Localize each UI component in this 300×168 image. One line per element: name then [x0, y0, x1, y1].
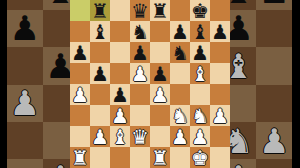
square-h4: [256, 85, 292, 122]
square-f3[interactable]: ♞: [170, 105, 190, 126]
square-e4[interactable]: ♟: [150, 84, 170, 105]
piece-black-pawn: ♟: [191, 43, 209, 63]
square-b4[interactable]: [90, 84, 110, 105]
piece-black-pawn: ♟: [71, 43, 89, 63]
piece-white-bishop: ♝: [191, 64, 209, 84]
square-a5: [7, 47, 43, 84]
square-a5[interactable]: [70, 63, 90, 84]
square-a4[interactable]: ♟: [70, 84, 90, 105]
square-e7[interactable]: [150, 21, 170, 42]
square-h7[interactable]: ♟: [210, 21, 230, 42]
square-g7[interactable]: ♝: [190, 21, 210, 42]
square-b2[interactable]: ♟: [90, 126, 110, 147]
piece-white-rook: ♜: [71, 148, 89, 168]
square-g3[interactable]: ♞: [190, 105, 210, 126]
square-h5[interactable]: [210, 63, 230, 84]
square-a2[interactable]: [70, 126, 90, 147]
square-b1[interactable]: [90, 147, 110, 168]
piece-black-pawn: ♟: [171, 22, 189, 42]
square-g6[interactable]: ♟: [190, 42, 210, 63]
piece-black-knight: ♞: [171, 43, 189, 63]
square-g5[interactable]: ♝: [190, 63, 210, 84]
chess-board[interactable]: ♜♛♜♚♝♞♟♝♟♟♟♞♟♟♟♟♝♟♟♟♟♞♞♟♟♝♛♟♟♜♜♚: [70, 0, 230, 168]
square-b6[interactable]: [90, 42, 110, 63]
piece-white-pawn: ♟: [91, 127, 109, 147]
piece-black-rook: ♜: [151, 1, 169, 21]
piece-black-pawn: ♟: [211, 22, 229, 42]
square-d7[interactable]: ♞: [130, 21, 150, 42]
square-d5[interactable]: ♟: [130, 63, 150, 84]
piece-white-pawn: ♟: [191, 127, 209, 147]
piece-white-knight: ♞: [171, 106, 189, 126]
piece-black-queen: ♛: [131, 1, 149, 21]
piece-white-pawn: ♟: [10, 86, 40, 120]
square-f2[interactable]: ♟: [170, 126, 190, 147]
square-b7[interactable]: ♝: [90, 21, 110, 42]
piece-black-knight: ♞: [131, 22, 149, 42]
square-b8[interactable]: ♜: [90, 0, 110, 21]
square-a6: ♟: [7, 10, 43, 47]
square-e1[interactable]: ♜: [150, 147, 170, 168]
square-d2[interactable]: ♛: [130, 126, 150, 147]
square-a4: ♟: [7, 85, 43, 122]
piece-white-bishop: ♝: [111, 127, 129, 147]
square-g4[interactable]: [190, 84, 210, 105]
square-d3[interactable]: [130, 105, 150, 126]
square-h3: ♟: [256, 122, 292, 159]
square-e6[interactable]: [150, 42, 170, 63]
square-d4[interactable]: [130, 84, 150, 105]
piece-white-pawn: ♟: [71, 85, 89, 105]
square-e8[interactable]: ♜: [150, 0, 170, 21]
square-c6[interactable]: [110, 42, 130, 63]
square-h6[interactable]: [210, 42, 230, 63]
square-a2: [7, 159, 43, 168]
piece-black-pawn: ♟: [111, 85, 129, 105]
square-e2[interactable]: [150, 126, 170, 147]
piece-black-pawn: ♟: [10, 11, 40, 45]
piece-white-pawn: ♟: [131, 64, 149, 84]
square-a7[interactable]: [70, 21, 90, 42]
square-f6[interactable]: ♞: [170, 42, 190, 63]
piece-black-pawn: ♟: [131, 43, 149, 63]
square-d8[interactable]: ♛: [130, 0, 150, 21]
piece-white-pawn: ♟: [171, 127, 189, 147]
square-f1[interactable]: [170, 147, 190, 168]
square-h8[interactable]: [210, 0, 230, 21]
piece-black-king: ♚: [191, 1, 209, 21]
square-e5[interactable]: ♟: [150, 63, 170, 84]
square-h5: [256, 47, 292, 84]
square-h1[interactable]: [210, 147, 230, 168]
piece-black-pawn: ♟: [259, 0, 289, 8]
square-h7: ♟: [256, 0, 292, 10]
square-g2[interactable]: ♟: [190, 126, 210, 147]
piece-white-pawn: ♟: [259, 124, 289, 158]
square-h4[interactable]: [210, 84, 230, 105]
square-b3[interactable]: [90, 105, 110, 126]
piece-white-pawn: ♟: [151, 85, 169, 105]
square-f5[interactable]: [170, 63, 190, 84]
square-g1[interactable]: ♚: [190, 147, 210, 168]
piece-black-pawn: ♟: [151, 64, 169, 84]
piece-black-rook: ♜: [91, 1, 109, 21]
square-e3[interactable]: [150, 105, 170, 126]
square-f7[interactable]: ♟: [170, 21, 190, 42]
square-a3[interactable]: [70, 105, 90, 126]
square-c7[interactable]: [110, 21, 130, 42]
square-b5[interactable]: ♟: [90, 63, 110, 84]
square-a8[interactable]: [70, 0, 90, 21]
square-c3[interactable]: ♟: [110, 105, 130, 126]
square-a6[interactable]: ♟: [70, 42, 90, 63]
piece-white-queen: ♛: [131, 127, 149, 147]
piece-white-king: ♚: [191, 148, 209, 168]
square-h2[interactable]: [210, 126, 230, 147]
piece-black-bishop: ♝: [191, 22, 209, 42]
square-d1[interactable]: [130, 147, 150, 168]
piece-white-rook: ♜: [151, 148, 169, 168]
square-h3[interactable]: ♟: [210, 105, 230, 126]
square-c5[interactable]: [110, 63, 130, 84]
square-h6: [256, 10, 292, 47]
piece-white-pawn: ♟: [211, 106, 229, 126]
square-c2[interactable]: ♝: [110, 126, 130, 147]
square-c1[interactable]: [110, 147, 130, 168]
square-d6[interactable]: ♟: [130, 42, 150, 63]
piece-black-pawn: ♟: [91, 64, 109, 84]
square-h2: [256, 159, 292, 168]
piece-white-knight: ♞: [191, 106, 209, 126]
square-c8[interactable]: [110, 0, 130, 21]
square-c4[interactable]: ♟: [110, 84, 130, 105]
piece-black-bishop: ♝: [91, 22, 109, 42]
square-a7: [7, 0, 43, 10]
square-g8[interactable]: ♚: [190, 0, 210, 21]
square-f4[interactable]: [170, 84, 190, 105]
video-frame: ♜♛♜♚♝♞♟♝♟♟♟♞♟♟♟♟♝♟♟♟♟♞♞♟♟♝♛♟♟♜♜♚ ♜♛♜♚♝♞♟…: [0, 0, 300, 168]
square-f8[interactable]: [170, 0, 190, 21]
square-a1[interactable]: ♜: [70, 147, 90, 168]
piece-white-pawn: ♟: [111, 106, 129, 126]
square-a3: [7, 122, 43, 159]
